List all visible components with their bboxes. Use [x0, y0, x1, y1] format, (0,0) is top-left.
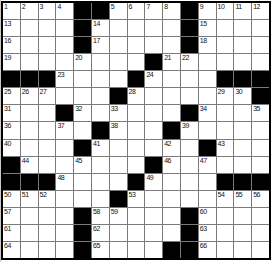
letter-cell[interactable]: [21, 225, 38, 241]
clue-number: 54: [218, 191, 225, 199]
letter-cell[interactable]: 40: [3, 140, 20, 156]
clue-number: 10: [218, 3, 225, 11]
clue-number: 65: [93, 242, 100, 250]
letter-cell[interactable]: [39, 208, 56, 224]
letter-cell[interactable]: [163, 208, 180, 224]
letter-cell[interactable]: 22: [181, 54, 198, 70]
clue-number: 25: [4, 88, 11, 96]
letter-cell[interactable]: [56, 140, 73, 156]
letter-cell[interactable]: [252, 225, 269, 241]
clue-number: 63: [200, 225, 207, 233]
clue-number: 33: [111, 105, 118, 113]
letter-cell[interactable]: [110, 157, 127, 173]
letter-cell[interactable]: [163, 71, 180, 87]
letter-cell[interactable]: [199, 54, 216, 70]
letter-cell[interactable]: 57: [3, 208, 20, 224]
letter-cell[interactable]: [217, 157, 234, 173]
letter-cell[interactable]: 10: [217, 3, 234, 19]
letter-cell[interactable]: [21, 122, 38, 138]
letter-cell[interactable]: [110, 242, 127, 258]
clue-number: 60: [200, 208, 207, 216]
block-cell: [110, 191, 127, 207]
clue-number: 30: [235, 88, 242, 96]
letter-cell[interactable]: [181, 174, 198, 190]
block-cell: [252, 174, 269, 190]
letter-cell[interactable]: [56, 20, 73, 36]
letter-cell[interactable]: [199, 191, 216, 207]
letter-cell[interactable]: 27: [39, 88, 56, 104]
letter-cell[interactable]: [128, 37, 145, 53]
block-cell: [74, 37, 91, 53]
clue-number: 31: [4, 105, 11, 113]
letter-cell[interactable]: [128, 54, 145, 70]
clue-number: 20: [75, 54, 82, 62]
letter-cell[interactable]: 30: [234, 88, 251, 104]
letter-cell[interactable]: [39, 225, 56, 241]
block-cell: [199, 140, 216, 156]
letter-cell[interactable]: [181, 88, 198, 104]
letter-cell[interactable]: [163, 225, 180, 241]
letter-cell[interactable]: 43: [217, 140, 234, 156]
letter-cell[interactable]: [39, 54, 56, 70]
letter-cell[interactable]: 21: [163, 54, 180, 70]
clue-number: 5: [111, 3, 114, 11]
letter-cell[interactable]: [39, 122, 56, 138]
letter-cell[interactable]: 36: [3, 122, 20, 138]
letter-cell[interactable]: [199, 71, 216, 87]
block-cell: [145, 54, 162, 70]
letter-cell[interactable]: [217, 20, 234, 36]
letter-cell[interactable]: 50: [3, 191, 20, 207]
clue-number: 16: [4, 37, 11, 45]
block-cell: [92, 3, 109, 19]
block-cell: [92, 122, 109, 138]
block-cell: [234, 174, 251, 190]
letter-cell[interactable]: 6: [128, 3, 145, 19]
clue-number: 21: [164, 54, 171, 62]
letter-cell[interactable]: [39, 37, 56, 53]
crossword-grid: 1234567891011121314151617181920212223242…: [1, 1, 271, 260]
letter-cell[interactable]: [145, 140, 162, 156]
letter-cell[interactable]: [74, 191, 91, 207]
block-cell: [74, 140, 91, 156]
letter-cell[interactable]: [92, 191, 109, 207]
letter-cell[interactable]: [110, 174, 127, 190]
letter-cell[interactable]: 38: [110, 122, 127, 138]
clue-number: 34: [200, 105, 207, 113]
letter-cell[interactable]: [145, 242, 162, 258]
block-cell: [39, 71, 56, 87]
letter-cell[interactable]: [145, 88, 162, 104]
letter-cell[interactable]: [92, 71, 109, 87]
letter-cell[interactable]: 37: [56, 122, 73, 138]
clue-number: 15: [200, 20, 207, 28]
letter-cell[interactable]: 65: [92, 242, 109, 258]
letter-cell[interactable]: [234, 105, 251, 121]
block-cell: [181, 242, 198, 258]
letter-cell[interactable]: 66: [199, 242, 216, 258]
letter-cell[interactable]: [163, 191, 180, 207]
letter-cell[interactable]: [110, 54, 127, 70]
letter-cell[interactable]: [234, 122, 251, 138]
letter-cell[interactable]: [181, 71, 198, 87]
letter-cell[interactable]: 46: [163, 157, 180, 173]
clue-number: 24: [146, 71, 153, 79]
letter-cell[interactable]: [252, 242, 269, 258]
letter-cell[interactable]: [234, 20, 251, 36]
letter-cell[interactable]: [234, 54, 251, 70]
clue-number: 58: [93, 208, 100, 216]
clue-number: 50: [4, 191, 11, 199]
letter-cell[interactable]: [217, 122, 234, 138]
clue-number: 51: [22, 191, 29, 199]
clue-number: 43: [218, 140, 225, 148]
letter-cell[interactable]: [92, 157, 109, 173]
letter-cell[interactable]: [128, 20, 145, 36]
block-cell: [56, 105, 73, 121]
letter-cell[interactable]: [39, 140, 56, 156]
clue-number: 28: [129, 88, 136, 96]
letter-cell[interactable]: 20: [74, 54, 91, 70]
letter-cell[interactable]: [217, 242, 234, 258]
letter-cell[interactable]: 15: [199, 20, 216, 36]
block-cell: [21, 174, 38, 190]
letter-cell[interactable]: 53: [128, 191, 145, 207]
letter-cell[interactable]: 3: [39, 3, 56, 19]
block-cell: [234, 71, 251, 87]
clue-number: 26: [22, 88, 29, 96]
letter-cell[interactable]: 58: [92, 208, 109, 224]
clue-number: 62: [93, 225, 100, 233]
block-cell: [21, 71, 38, 87]
letter-cell[interactable]: 49: [145, 174, 162, 190]
letter-cell[interactable]: [56, 88, 73, 104]
letter-cell[interactable]: 26: [21, 88, 38, 104]
letter-cell[interactable]: 34: [199, 105, 216, 121]
letter-cell[interactable]: [163, 174, 180, 190]
letter-cell[interactable]: 42: [163, 140, 180, 156]
letter-cell[interactable]: [145, 208, 162, 224]
letter-cell[interactable]: [217, 105, 234, 121]
clue-number: 45: [75, 157, 82, 165]
letter-cell[interactable]: [74, 88, 91, 104]
clue-number: 61: [4, 225, 11, 233]
clue-number: 47: [200, 157, 207, 165]
letter-cell[interactable]: [252, 122, 269, 138]
letter-cell[interactable]: [39, 105, 56, 121]
clue-number: 56: [253, 191, 260, 199]
letter-cell[interactable]: [199, 174, 216, 190]
clue-number: 11: [235, 3, 241, 11]
letter-cell[interactable]: [252, 54, 269, 70]
letter-cell[interactable]: [145, 37, 162, 53]
letter-cell[interactable]: [56, 191, 73, 207]
clue-number: 53: [129, 191, 136, 199]
clue-number: 59: [111, 208, 118, 216]
block-cell: [181, 225, 198, 241]
letter-cell[interactable]: 39: [181, 122, 198, 138]
letter-cell[interactable]: [74, 174, 91, 190]
letter-cell[interactable]: [252, 140, 269, 156]
letter-cell[interactable]: [21, 208, 38, 224]
block-cell: [181, 20, 198, 36]
clue-number: 1: [4, 3, 7, 11]
letter-cell[interactable]: 8: [163, 3, 180, 19]
letter-cell[interactable]: [252, 157, 269, 173]
block-cell: [74, 20, 91, 36]
letter-cell[interactable]: [128, 105, 145, 121]
clue-number: 49: [146, 174, 153, 182]
clue-number: 13: [4, 20, 11, 28]
letter-cell[interactable]: [199, 88, 216, 104]
letter-cell[interactable]: 41: [92, 140, 109, 156]
clue-number: 23: [57, 71, 64, 79]
letter-cell[interactable]: 13: [3, 20, 20, 36]
letter-cell[interactable]: 9: [199, 3, 216, 19]
letter-cell[interactable]: [234, 242, 251, 258]
letter-cell[interactable]: [217, 225, 234, 241]
clue-number: 9: [200, 3, 203, 11]
clue-number: 27: [40, 88, 47, 96]
clue-number: 7: [146, 3, 149, 11]
letter-cell[interactable]: [163, 37, 180, 53]
clue-number: 36: [4, 122, 11, 130]
letter-cell[interactable]: [21, 105, 38, 121]
block-cell: [217, 71, 234, 87]
letter-cell[interactable]: 51: [21, 191, 38, 207]
clue-number: 39: [182, 122, 189, 130]
letter-cell[interactable]: 25: [3, 88, 20, 104]
letter-cell[interactable]: [252, 20, 269, 36]
letter-cell[interactable]: 61: [3, 225, 20, 241]
letter-cell[interactable]: 32: [74, 105, 91, 121]
letter-cell[interactable]: [145, 20, 162, 36]
block-cell: [74, 3, 91, 19]
letter-cell[interactable]: [39, 157, 56, 173]
clue-number: 14: [93, 20, 100, 28]
clue-number: 8: [164, 3, 167, 11]
letter-cell[interactable]: [74, 122, 91, 138]
block-cell: [3, 157, 20, 173]
letter-cell[interactable]: 48: [56, 174, 73, 190]
letter-cell[interactable]: [145, 225, 162, 241]
block-cell: [74, 225, 91, 241]
block-cell: [3, 174, 20, 190]
letter-cell[interactable]: [128, 140, 145, 156]
letter-cell[interactable]: [234, 140, 251, 156]
clue-number: 40: [4, 140, 11, 148]
letter-cell[interactable]: 12: [252, 3, 269, 19]
letter-cell[interactable]: 64: [3, 242, 20, 258]
clue-number: 6: [129, 3, 132, 11]
letter-cell[interactable]: 7: [145, 3, 162, 19]
letter-cell[interactable]: [56, 157, 73, 173]
clue-number: 18: [200, 37, 207, 45]
letter-cell[interactable]: 52: [39, 191, 56, 207]
letter-cell[interactable]: [21, 37, 38, 53]
clue-number: 41: [93, 140, 100, 148]
letter-cell[interactable]: 47: [199, 157, 216, 173]
letter-cell[interactable]: 31: [3, 105, 20, 121]
letter-cell[interactable]: 1: [3, 3, 20, 19]
clue-number: 44: [22, 157, 29, 165]
letter-cell[interactable]: 59: [110, 208, 127, 224]
letter-cell[interactable]: 60: [199, 208, 216, 224]
letter-cell[interactable]: [199, 122, 216, 138]
clue-number: 46: [164, 157, 171, 165]
letter-cell[interactable]: [39, 242, 56, 258]
block-cell: [145, 157, 162, 173]
block-cell: [252, 88, 269, 104]
letter-cell[interactable]: [145, 105, 162, 121]
letter-cell[interactable]: [56, 242, 73, 258]
block-cell: [163, 122, 180, 138]
letter-cell[interactable]: [110, 225, 127, 241]
letter-cell[interactable]: [92, 174, 109, 190]
letter-cell[interactable]: [217, 54, 234, 70]
letter-cell[interactable]: 4: [56, 3, 73, 19]
letter-cell[interactable]: [92, 54, 109, 70]
letter-cell[interactable]: [92, 105, 109, 121]
letter-cell[interactable]: 54: [217, 191, 234, 207]
letter-cell[interactable]: [39, 20, 56, 36]
clue-number: 42: [164, 140, 171, 148]
letter-cell[interactable]: 28: [128, 88, 145, 104]
letter-cell[interactable]: 55: [234, 191, 251, 207]
letter-cell[interactable]: [163, 20, 180, 36]
clue-number: 17: [93, 37, 100, 45]
block-cell: [74, 208, 91, 224]
letter-cell[interactable]: [145, 191, 162, 207]
letter-cell[interactable]: [217, 37, 234, 53]
clue-number: 29: [218, 88, 225, 96]
letter-cell[interactable]: [163, 88, 180, 104]
letter-cell[interactable]: 19: [3, 54, 20, 70]
block-cell: [181, 105, 198, 121]
letter-cell[interactable]: [234, 37, 251, 53]
block-cell: [181, 3, 198, 19]
block-cell: [3, 71, 20, 87]
letter-cell[interactable]: 2: [21, 3, 38, 19]
letter-cell[interactable]: 5: [110, 3, 127, 19]
letter-cell[interactable]: [128, 225, 145, 241]
block-cell: [163, 242, 180, 258]
letter-cell[interactable]: 35: [252, 105, 269, 121]
letter-cell[interactable]: [234, 225, 251, 241]
letter-cell[interactable]: [234, 157, 251, 173]
letter-cell[interactable]: [128, 122, 145, 138]
letter-cell[interactable]: [110, 140, 127, 156]
letter-cell[interactable]: 14: [92, 20, 109, 36]
letter-cell[interactable]: 33: [110, 105, 127, 121]
letter-cell[interactable]: 23: [56, 71, 73, 87]
clue-number: 22: [182, 54, 189, 62]
letter-cell[interactable]: [128, 157, 145, 173]
letter-cell[interactable]: 62: [92, 225, 109, 241]
letter-cell[interactable]: 16: [3, 37, 20, 53]
clue-number: 55: [235, 191, 242, 199]
clue-number: 2: [22, 3, 25, 11]
block-cell: [181, 208, 198, 224]
block-cell: [110, 88, 127, 104]
clue-number: 32: [75, 105, 82, 113]
letter-cell[interactable]: 17: [92, 37, 109, 53]
letter-cell[interactable]: 45: [74, 157, 91, 173]
letter-cell[interactable]: [128, 242, 145, 258]
clue-number: 66: [200, 242, 207, 250]
block-cell: [181, 37, 198, 53]
block-cell: [39, 174, 56, 190]
block-cell: [74, 242, 91, 258]
clue-number: 48: [57, 174, 64, 182]
letter-cell[interactable]: [56, 225, 73, 241]
letter-cell[interactable]: [110, 37, 127, 53]
block-cell: [128, 174, 145, 190]
letter-cell[interactable]: [110, 71, 127, 87]
block-cell: [217, 174, 234, 190]
letter-cell[interactable]: 18: [199, 37, 216, 53]
clue-number: 12: [253, 3, 260, 11]
letter-cell[interactable]: [21, 54, 38, 70]
letter-cell[interactable]: [56, 37, 73, 53]
letter-cell[interactable]: 63: [199, 225, 216, 241]
letter-cell[interactable]: [234, 208, 251, 224]
clue-number: 3: [40, 3, 43, 11]
letter-cell[interactable]: [145, 122, 162, 138]
letter-cell[interactable]: [217, 208, 234, 224]
letter-cell[interactable]: [252, 37, 269, 53]
letter-cell[interactable]: [21, 140, 38, 156]
clue-number: 38: [111, 122, 118, 130]
letter-cell[interactable]: [128, 208, 145, 224]
letter-cell[interactable]: 44: [21, 157, 38, 173]
letter-cell[interactable]: [181, 140, 198, 156]
clue-number: 52: [40, 191, 47, 199]
letter-cell[interactable]: [92, 88, 109, 104]
letter-cell[interactable]: 11: [234, 3, 251, 19]
letter-cell[interactable]: [110, 20, 127, 36]
letter-cell[interactable]: [163, 105, 180, 121]
letter-cell[interactable]: [181, 191, 198, 207]
crossword-page: 1234567891011121314151617181920212223242…: [0, 0, 274, 262]
clue-number: 4: [57, 3, 60, 11]
clue-number: 57: [4, 208, 11, 216]
clue-number: 19: [4, 54, 11, 62]
letter-cell[interactable]: 29: [217, 88, 234, 104]
block-cell: [128, 71, 145, 87]
letter-cell[interactable]: [74, 71, 91, 87]
block-cell: [252, 71, 269, 87]
letter-cell[interactable]: 56: [252, 191, 269, 207]
clue-number: 64: [4, 242, 11, 250]
letter-cell[interactable]: [21, 20, 38, 36]
letter-cell[interactable]: [21, 242, 38, 258]
letter-cell[interactable]: [252, 208, 269, 224]
clue-number: 35: [253, 105, 260, 113]
clue-number: 37: [57, 122, 64, 130]
letter-cell[interactable]: [181, 157, 198, 173]
letter-cell[interactable]: [56, 54, 73, 70]
letter-cell[interactable]: [56, 208, 73, 224]
letter-cell[interactable]: 24: [145, 71, 162, 87]
